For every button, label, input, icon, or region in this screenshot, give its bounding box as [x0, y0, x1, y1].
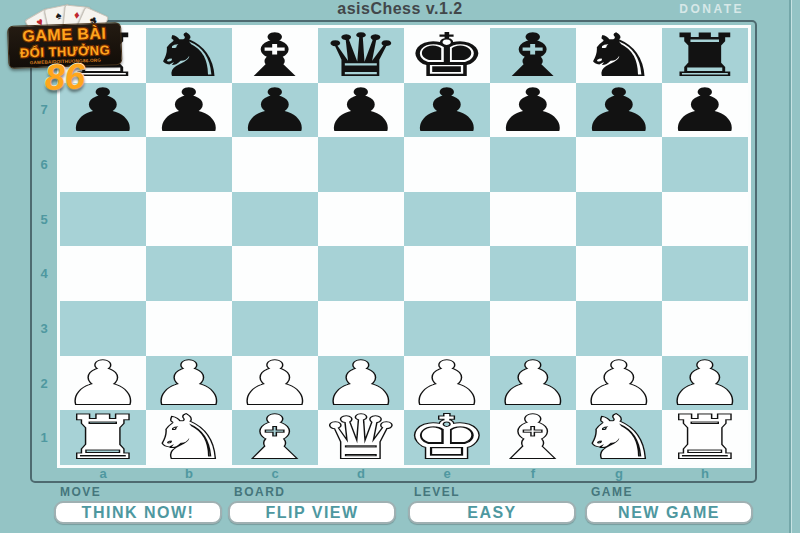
piece-white-king: ♚: [407, 407, 488, 467]
square-e7[interactable]: ♟: [404, 83, 490, 138]
aschess-app: asisChess v.1.2 DONATE 8 7 6 5 4 3 2 1 ♜…: [0, 0, 800, 533]
piece-black-pawn: ♟: [149, 80, 230, 140]
square-f4[interactable]: [490, 246, 576, 301]
level-label: LEVEL: [414, 485, 576, 499]
square-a4[interactable]: [60, 246, 146, 301]
chess-board-wrapper: ♜♞♝♛♚♝♞♜♟♟♟♟♟♟♟♟♟♟♟♟♟♟♟♟♜♞♝♛♚♝♞♜: [57, 25, 751, 468]
game-control-group: GAME NEW GAME: [585, 485, 753, 524]
square-f7[interactable]: ♟: [490, 83, 576, 138]
piece-white-bishop: ♝: [235, 407, 316, 467]
square-e5[interactable]: [404, 192, 490, 247]
file-label: e: [404, 465, 490, 481]
square-a6[interactable]: [60, 137, 146, 192]
square-e4[interactable]: [404, 246, 490, 301]
square-f5[interactable]: [490, 192, 576, 247]
square-e1[interactable]: ♚: [404, 410, 490, 465]
rank-label: 4: [32, 247, 56, 302]
rank-label: 2: [32, 356, 56, 411]
square-f1[interactable]: ♝: [490, 410, 576, 465]
rank-label: 3: [32, 301, 56, 356]
easy-level-button[interactable]: EASY: [408, 501, 576, 524]
donate-link[interactable]: DONATE: [679, 2, 744, 16]
chess-board: ♜♞♝♛♚♝♞♜♟♟♟♟♟♟♟♟♟♟♟♟♟♟♟♟♜♞♝♛♚♝♞♜: [60, 28, 748, 465]
new-game-button[interactable]: NEW GAME: [585, 501, 753, 524]
piece-white-queen: ♛: [321, 407, 402, 467]
square-b6[interactable]: [146, 137, 232, 192]
square-d7[interactable]: ♟: [318, 83, 404, 138]
square-h4[interactable]: [662, 246, 748, 301]
square-a5[interactable]: [60, 192, 146, 247]
piece-white-knight: ♞: [149, 407, 230, 467]
piece-white-rook: ♜: [665, 407, 746, 467]
square-g1[interactable]: ♞: [576, 410, 662, 465]
piece-white-bishop: ♝: [493, 407, 574, 467]
flip-view-button[interactable]: FLIP VIEW: [228, 501, 396, 524]
square-b5[interactable]: [146, 192, 232, 247]
file-label: d: [318, 465, 404, 481]
square-f6[interactable]: [490, 137, 576, 192]
piece-black-pawn: ♟: [493, 80, 574, 140]
file-label: b: [146, 465, 232, 481]
square-b1[interactable]: ♞: [146, 410, 232, 465]
move-control-group: MOVE THINK NOW!: [54, 485, 222, 524]
square-g4[interactable]: [576, 246, 662, 301]
game-label: GAME: [591, 485, 753, 499]
file-labels: a b c d e f g h: [60, 465, 748, 481]
file-label: c: [232, 465, 318, 481]
file-label: a: [60, 465, 146, 481]
square-h7[interactable]: ♟: [662, 83, 748, 138]
piece-black-pawn: ♟: [407, 80, 488, 140]
square-c5[interactable]: [232, 192, 318, 247]
piece-black-pawn: ♟: [665, 80, 746, 140]
square-a1[interactable]: ♜: [60, 410, 146, 465]
file-label: g: [576, 465, 662, 481]
square-d5[interactable]: [318, 192, 404, 247]
square-b4[interactable]: [146, 246, 232, 301]
move-label: MOVE: [60, 485, 222, 499]
square-c6[interactable]: [232, 137, 318, 192]
square-h6[interactable]: [662, 137, 748, 192]
rank-label: 1: [32, 410, 56, 465]
file-label: h: [662, 465, 748, 481]
square-c4[interactable]: [232, 246, 318, 301]
square-c1[interactable]: ♝: [232, 410, 318, 465]
square-h1[interactable]: ♜: [662, 410, 748, 465]
piece-black-pawn: ♟: [321, 80, 402, 140]
watermark-number: 86: [8, 57, 121, 97]
rank-label: 6: [32, 137, 56, 192]
square-d1[interactable]: ♛: [318, 410, 404, 465]
square-g6[interactable]: [576, 137, 662, 192]
square-d6[interactable]: [318, 137, 404, 192]
gamebai-watermark-logo: ♥♠♦♣ GAME BÀI ĐỔI THƯỞNG GAMEBAIDOITHUON…: [6, 1, 123, 103]
square-b7[interactable]: ♟: [146, 83, 232, 138]
square-h5[interactable]: [662, 192, 748, 247]
board-label: BOARD: [234, 485, 396, 499]
piece-black-pawn: ♟: [579, 80, 660, 140]
piece-white-rook: ♜: [63, 407, 144, 467]
square-g7[interactable]: ♟: [576, 83, 662, 138]
square-c7[interactable]: ♟: [232, 83, 318, 138]
square-e6[interactable]: [404, 137, 490, 192]
square-d4[interactable]: [318, 246, 404, 301]
rank-label: 5: [32, 192, 56, 247]
page-edge-highlight: [791, 0, 792, 533]
square-g5[interactable]: [576, 192, 662, 247]
think-now-button[interactable]: THINK NOW!: [54, 501, 222, 524]
piece-black-pawn: ♟: [235, 80, 316, 140]
board-control-group: BOARD FLIP VIEW: [228, 485, 396, 524]
piece-white-knight: ♞: [579, 407, 660, 467]
file-label: f: [490, 465, 576, 481]
level-control-group: LEVEL EASY: [408, 485, 576, 524]
